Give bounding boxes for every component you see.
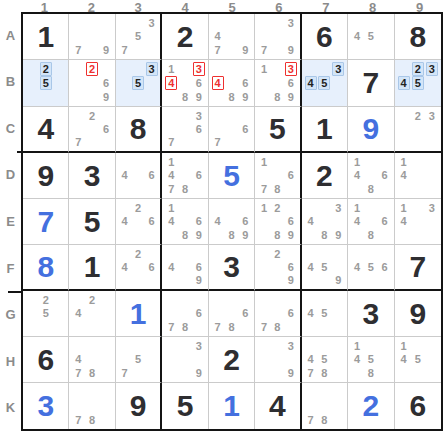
pencil-marks: 14 [395,153,441,198]
cell-G7[interactable]: 45 [302,291,348,337]
candidate-7: 7 [308,367,314,379]
cell-B5[interactable]: 4689 [209,60,255,107]
candidate-9: 9 [335,229,341,241]
pencil-marks: 678 [209,291,254,336]
given-digit: 9 [37,161,54,191]
cell-G6[interactable]: 678 [255,291,301,337]
pencil-marks: 246 [116,245,160,289]
cell-K9[interactable]: 6 [395,383,441,429]
cell-K1[interactable]: 3 [23,383,69,429]
candidate-6: 6 [149,215,155,227]
candidate-2: 2 [415,110,421,122]
pencil-marks: 46 [116,153,160,198]
candidate-5: 5 [321,353,327,365]
cell-A9[interactable]: 8 [395,14,441,60]
cell-B9[interactable]: 2345 [395,60,441,107]
cell-H5[interactable]: 2 [209,337,255,383]
candidate-8: 8 [274,229,280,241]
candidate-6: 6 [382,215,388,227]
candidate-8: 8 [368,229,374,241]
cell-B4[interactable]: 134689 [162,60,208,107]
given-digit: 3 [223,252,240,282]
pencil-marks: 14678 [162,153,207,198]
solved-digit: 9 [362,114,379,144]
cell-C9[interactable]: 23 [395,107,441,153]
cell-C7[interactable]: 1 [302,107,348,153]
candidate-1: 1 [354,202,360,214]
cell-H2[interactable]: 478 [69,337,115,383]
candidate-3: 3 [288,17,294,29]
candidate-9: 9 [103,44,109,56]
pencil-marks: 479 [209,14,254,59]
band-divider-tick-d [17,151,23,153]
cell-B6[interactable]: 13689 [255,60,301,107]
given-digit: 4 [269,391,286,421]
candidate-2: 2 [135,202,141,214]
candidate-6: 6 [288,261,294,273]
cell-E7[interactable]: 3489 [302,199,348,245]
candidate-5: 5 [40,76,52,90]
candidate-1: 1 [168,202,174,214]
solved-digit: 2 [362,391,379,421]
given-digit: 6 [409,391,426,421]
cell-H6[interactable]: 39 [255,337,301,383]
solved-digit: 1 [223,391,240,421]
given-digit: 5 [84,207,101,237]
candidate-3: 3 [193,62,205,76]
pencil-marks: 379 [255,14,299,59]
candidate-4: 4 [308,307,314,319]
sudoku-app: 123456789 ABCDEFGHK 17935724793796458252… [0,0,443,444]
candidate-5: 5 [132,76,144,90]
candidate-9: 9 [242,229,248,241]
cell-K7[interactable]: 78 [302,383,348,429]
given-digit: 1 [37,22,54,52]
candidate-9: 9 [103,91,109,103]
pencil-marks: 4578 [302,337,347,382]
candidate-6: 6 [288,77,294,89]
pencil-marks: 39 [162,337,207,382]
candidate-5: 5 [412,76,424,90]
candidate-1: 1 [168,156,174,168]
pencil-marks: 478 [69,337,114,382]
candidate-5: 5 [321,307,327,319]
candidate-7: 7 [168,136,174,148]
cell-F9[interactable]: 7 [395,245,441,291]
candidate-8: 8 [182,321,188,333]
cell-A8[interactable]: 45 [348,14,394,60]
solved-digit: 5 [223,161,240,191]
cell-F5[interactable]: 3 [209,245,255,291]
cell-F7[interactable]: 459 [302,245,348,291]
cell-A3[interactable]: 357 [116,14,162,60]
candidate-4: 4 [401,353,407,365]
candidate-1: 1 [261,63,267,75]
candidate-5: 5 [135,353,141,365]
cell-E4[interactable]: 14689 [162,199,208,245]
candidate-4: 4 [354,169,360,181]
candidate-9: 9 [288,44,294,56]
candidate-7: 7 [308,414,314,426]
candidate-7: 7 [261,321,267,333]
candidate-8: 8 [321,367,327,379]
cell-G9[interactable]: 9 [395,291,441,337]
cell-E1[interactable]: 7 [23,199,69,245]
candidate-2: 2 [274,202,280,214]
pencil-marks: 1678 [255,153,299,198]
candidate-9: 9 [288,229,294,241]
candidate-2: 2 [412,62,424,76]
cell-D1[interactable]: 9 [23,153,69,199]
candidate-3: 3 [146,62,158,76]
cell-D6[interactable]: 1678 [255,153,301,199]
pencil-marks: 134689 [162,60,207,106]
candidate-5: 5 [368,30,374,42]
cell-A6[interactable]: 379 [255,14,301,60]
given-digit: 8 [409,22,426,52]
cell-B2[interactable]: 269 [69,60,115,107]
given-digit: 6 [37,345,54,375]
solved-digit: 7 [37,207,54,237]
given-digit: 2 [223,345,240,375]
cell-C3[interactable]: 8 [116,107,162,153]
candidate-7: 7 [261,183,267,195]
candidate-7: 7 [215,321,221,333]
candidate-6: 6 [242,123,248,135]
candidate-6: 6 [242,307,248,319]
candidate-8: 8 [368,367,374,379]
candidate-4: 4 [75,353,81,365]
pencil-marks: 3489 [302,199,347,244]
candidate-5: 5 [368,261,374,273]
cell-F6[interactable]: 269 [255,245,301,291]
cell-H7[interactable]: 4578 [302,337,348,383]
cell-F8[interactable]: 456 [348,245,394,291]
pencil-marks: 246 [116,199,160,244]
given-digit: 9 [130,391,147,421]
cell-K4[interactable]: 5 [162,383,208,429]
candidate-4: 4 [354,30,360,42]
cell-A1[interactable]: 1 [23,14,69,60]
candidate-4: 4 [122,215,128,227]
candidate-7: 7 [215,136,221,148]
cell-D9[interactable]: 14 [395,153,441,199]
candidate-7: 7 [75,414,81,426]
pencil-marks: 35 [116,60,160,106]
given-digit: 8 [130,114,147,144]
candidate-3: 3 [335,202,341,214]
candidate-5: 5 [415,353,421,365]
cell-D7[interactable]: 2 [302,153,348,199]
pencil-marks: 2345 [395,60,441,106]
pencil-marks: 269 [69,60,114,106]
candidate-2: 2 [40,62,52,76]
row-label-C: C [0,105,21,152]
candidate-9: 9 [242,91,248,103]
candidate-1: 1 [401,156,407,168]
cell-D2[interactable]: 3 [69,153,115,199]
candidate-4: 4 [398,76,410,90]
cell-F3[interactable]: 246 [116,245,162,291]
row-label-H: H [0,338,21,385]
row-label-K: K [0,384,21,431]
candidate-3: 3 [285,62,297,76]
candidate-4: 4 [168,261,174,273]
pencil-marks: 57 [116,337,160,382]
candidate-9: 9 [196,229,202,241]
cell-C1[interactable]: 4 [23,107,69,153]
candidate-3: 3 [149,17,155,29]
solved-digit: 3 [37,391,54,421]
given-digit: 7 [409,252,426,282]
given-digit: 2 [177,22,194,52]
pencil-marks: 24 [69,291,114,336]
candidate-4: 4 [401,169,407,181]
candidate-3: 3 [196,110,202,122]
cell-B1[interactable]: 25 [23,60,69,107]
given-digit: 1 [84,252,101,282]
pencil-marks: 145 [395,337,441,382]
band-divider-tick-g [8,291,23,293]
cell-C2[interactable]: 267 [69,107,115,153]
candidate-2: 2 [89,294,95,306]
cell-G2[interactable]: 24 [69,291,115,337]
candidate-8: 8 [182,183,188,195]
candidate-1: 1 [261,202,267,214]
candidate-8: 8 [274,183,280,195]
cell-D8[interactable]: 1468 [348,153,394,199]
candidate-8: 8 [274,321,280,333]
pencil-marks: 367 [162,107,207,151]
pencil-marks: 134 [395,199,441,244]
candidate-6: 6 [103,123,109,135]
given-digit: 6 [316,22,333,52]
cell-E3[interactable]: 246 [116,199,162,245]
pencil-marks: 267 [69,107,114,151]
candidate-6: 6 [196,307,202,319]
candidate-1: 1 [168,63,174,75]
candidate-6: 6 [196,215,202,227]
candidate-7: 7 [215,44,221,56]
candidate-6: 6 [196,169,202,181]
candidate-4: 4 [212,76,224,90]
candidate-4: 4 [401,215,407,227]
candidate-2: 2 [89,110,95,122]
candidate-9: 9 [288,367,294,379]
candidate-8: 8 [228,321,234,333]
cell-H3[interactable]: 57 [116,337,162,383]
candidate-7: 7 [168,321,174,333]
candidate-7: 7 [168,183,174,195]
cell-A7[interactable]: 6 [302,14,348,60]
given-digit: 7 [362,68,379,98]
pencil-marks: 678 [162,291,207,336]
given-digit: 3 [84,161,101,191]
row-label-G: G [0,291,21,338]
candidate-9: 9 [196,274,202,286]
candidate-4: 4 [308,215,314,227]
row-label-E: E [0,198,21,245]
given-digit: 9 [409,299,426,329]
candidate-7: 7 [261,44,267,56]
cell-K8[interactable]: 2 [348,383,394,429]
row-labels: ABCDEFGHK [0,12,21,431]
cell-G8[interactable]: 3 [348,291,394,337]
row-label-A: A [0,12,21,59]
candidate-4: 4 [122,261,128,273]
cell-H1[interactable]: 6 [23,337,69,383]
pencil-marks: 4689 [209,199,254,244]
candidate-8: 8 [321,229,327,241]
candidate-3: 3 [288,340,294,352]
pencil-marks: 13689 [255,60,299,106]
candidate-3: 3 [429,110,435,122]
candidate-4: 4 [122,169,128,181]
cell-G1[interactable]: 25 [23,291,69,337]
sudoku-board: 1793572479379645825269351346894689136893… [21,12,443,431]
pencil-marks: 39 [255,337,299,382]
pencil-marks: 79 [69,14,114,59]
candidate-8: 8 [228,229,234,241]
candidate-6: 6 [288,215,294,227]
cell-K5[interactable]: 1 [209,383,255,429]
candidate-8: 8 [182,229,188,241]
cell-D3[interactable]: 46 [116,153,162,199]
candidate-6: 6 [288,169,294,181]
cell-C4[interactable]: 367 [162,107,208,153]
cell-C8[interactable]: 9 [348,107,394,153]
row-label-B: B [0,59,21,106]
pencil-marks: 78 [302,383,347,429]
candidate-4: 4 [308,353,314,365]
pencil-marks: 469 [162,245,207,289]
cell-K2[interactable]: 78 [69,383,115,429]
given-digit: 1 [316,114,333,144]
pencil-marks: 45 [302,291,347,336]
candidate-3: 3 [426,62,438,76]
cell-F2[interactable]: 1 [69,245,115,291]
cell-F1[interactable]: 8 [23,245,69,291]
candidate-8: 8 [368,183,374,195]
cell-B7[interactable]: 345 [302,60,348,107]
cell-G3[interactable]: 1 [116,291,162,337]
pencil-marks: 4689 [209,60,254,106]
candidate-7: 7 [122,44,128,56]
cell-K6[interactable]: 4 [255,383,301,429]
given-digit: 2 [316,161,333,191]
candidate-3: 3 [429,202,435,214]
pencil-marks: 25 [23,291,68,336]
pencil-marks: 78 [69,383,114,429]
cell-H4[interactable]: 39 [162,337,208,383]
candidate-5: 5 [135,30,141,42]
cell-G5[interactable]: 678 [209,291,255,337]
cell-A5[interactable]: 479 [209,14,255,60]
candidate-4: 4 [75,307,81,319]
candidate-4: 4 [215,215,221,227]
candidate-9: 9 [288,274,294,286]
cell-C5[interactable]: 67 [209,107,255,153]
pencil-marks: 1468 [348,199,393,244]
pencil-marks: 269 [255,245,299,289]
cell-G4[interactable]: 678 [162,291,208,337]
candidate-6: 6 [382,169,388,181]
candidate-2: 2 [86,62,98,76]
candidate-6: 6 [242,215,248,227]
candidate-1: 1 [401,340,407,352]
candidate-6: 6 [382,261,388,273]
candidate-4: 4 [168,169,174,181]
cell-F4[interactable]: 469 [162,245,208,291]
candidate-7: 7 [122,367,128,379]
candidate-4: 4 [354,353,360,365]
candidate-4: 4 [215,30,221,42]
candidate-5: 5 [318,76,330,90]
candidate-4: 4 [305,76,317,90]
candidate-6: 6 [103,77,109,89]
cell-A4[interactable]: 2 [162,14,208,60]
candidate-1: 1 [354,156,360,168]
candidate-7: 7 [75,44,81,56]
candidate-6: 6 [149,261,155,273]
cell-H8[interactable]: 1458 [348,337,394,383]
candidate-2: 2 [43,294,49,306]
cell-D5[interactable]: 5 [209,153,255,199]
pencil-marks: 459 [302,245,347,289]
pencil-marks: 357 [116,14,160,59]
candidate-4: 4 [354,261,360,273]
cell-B3[interactable]: 35 [116,60,162,107]
pencil-marks: 345 [302,60,347,106]
candidate-5: 5 [321,261,327,273]
pencil-marks: 23 [395,107,441,151]
cell-E8[interactable]: 1468 [348,199,394,245]
given-digit: 3 [362,299,379,329]
candidate-8: 8 [182,91,188,103]
cell-E2[interactable]: 5 [69,199,115,245]
candidate-9: 9 [196,91,202,103]
candidate-8: 8 [228,91,234,103]
solved-digit: 1 [130,299,147,329]
candidate-6: 6 [149,169,155,181]
pencil-marks: 14689 [162,199,207,244]
candidate-6: 6 [196,261,202,273]
candidate-9: 9 [335,274,341,286]
cell-E6[interactable]: 12689 [255,199,301,245]
row-label-D: D [0,152,21,199]
candidate-9: 9 [196,367,202,379]
pencil-marks: 678 [255,291,299,336]
candidate-6: 6 [288,307,294,319]
cell-K3[interactable]: 9 [116,383,162,429]
cell-D4[interactable]: 14678 [162,153,208,199]
candidate-4: 4 [354,215,360,227]
candidate-5: 5 [368,353,374,365]
cell-H9[interactable]: 145 [395,337,441,383]
cell-C6[interactable]: 5 [255,107,301,153]
candidate-8: 8 [89,414,95,426]
candidate-5: 5 [43,307,49,319]
candidate-2: 2 [135,248,141,260]
cell-E9[interactable]: 134 [395,199,441,245]
candidate-3: 3 [196,340,202,352]
candidate-9: 9 [288,91,294,103]
candidate-8: 8 [274,91,280,103]
cell-A2[interactable]: 79 [69,14,115,60]
cell-B8[interactable]: 7 [348,60,394,107]
pencil-marks: 25 [23,60,68,106]
cell-E5[interactable]: 4689 [209,199,255,245]
